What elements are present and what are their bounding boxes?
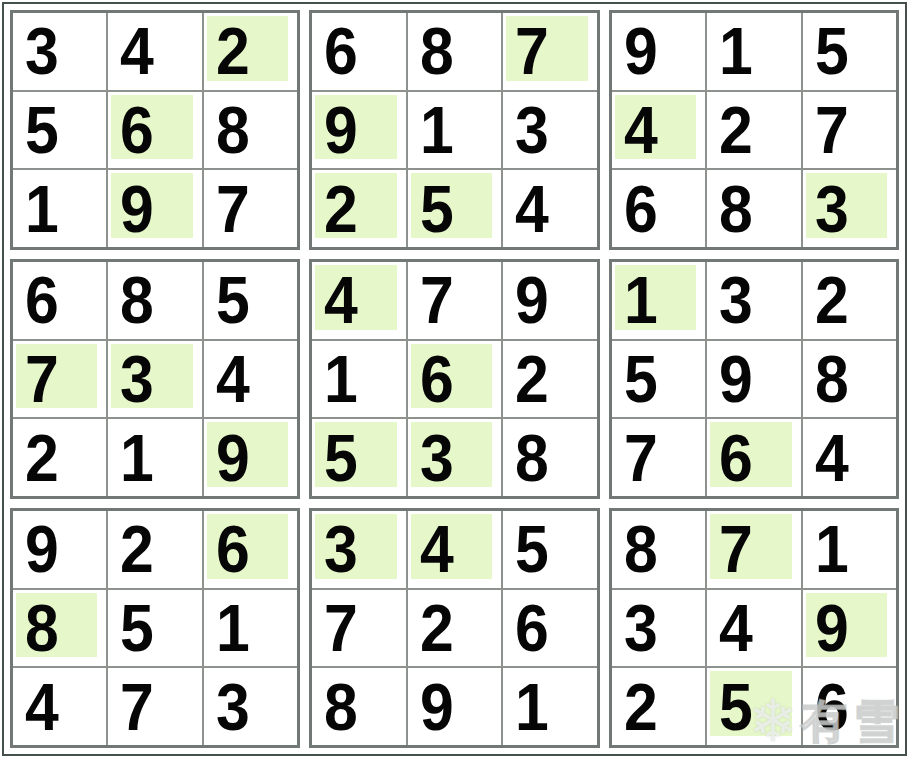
cell-value: 1: [13, 176, 59, 242]
sudoku-box-8: 345726891: [309, 508, 599, 748]
sudoku-cell-r7c4[interactable]: 3: [312, 511, 405, 588]
sudoku-cell-r4c4[interactable]: 4: [312, 262, 405, 339]
sudoku-cell-r2c3[interactable]: 8: [204, 92, 297, 169]
cell-value: 9: [503, 267, 549, 333]
sudoku-cell-r8c6[interactable]: 6: [503, 590, 596, 667]
cell-value: 2: [408, 595, 454, 661]
cell-value: 3: [204, 674, 250, 740]
sudoku-box-4: 685734219: [10, 259, 300, 499]
cell-value: 5: [503, 516, 549, 582]
cell-value: 5: [707, 674, 753, 740]
sudoku-box-6: 132598764: [609, 259, 899, 499]
cell-value: 5: [408, 176, 454, 242]
cell-value: 9: [108, 176, 154, 242]
cell-value: 1: [108, 425, 154, 491]
cell-value: 6: [503, 595, 549, 661]
cell-value: 1: [803, 516, 849, 582]
cell-value: 8: [803, 346, 849, 412]
sudoku-cell-r6c6[interactable]: 8: [503, 419, 596, 496]
sudoku-box-1: 342568197: [10, 10, 300, 250]
sudoku-cell-r7c1[interactable]: 9: [13, 511, 106, 588]
sudoku-cell-r8c1[interactable]: 8: [13, 590, 106, 667]
sudoku-cell-r3c8[interactable]: 8: [707, 170, 800, 247]
cell-value: 1: [312, 346, 358, 412]
cell-value: 8: [503, 425, 549, 491]
cell-value: 7: [503, 18, 549, 84]
sudoku-cell-r9c5[interactable]: 9: [408, 668, 501, 745]
sudoku-cell-r1c6[interactable]: 7: [503, 13, 596, 90]
cell-value: 9: [612, 18, 658, 84]
cell-value: 1: [707, 18, 753, 84]
sudoku-cell-r8c7[interactable]: 3: [612, 590, 705, 667]
sudoku-cell-r9c4[interactable]: 8: [312, 668, 405, 745]
sudoku-cell-r1c7[interactable]: 9: [612, 13, 705, 90]
sudoku-cell-r8c8[interactable]: 4: [707, 590, 800, 667]
cell-value: 7: [803, 97, 849, 163]
sudoku-cell-r4c5[interactable]: 7: [408, 262, 501, 339]
sudoku-cell-r4c6[interactable]: 9: [503, 262, 596, 339]
cell-value: 4: [707, 595, 753, 661]
cell-value: 4: [612, 97, 658, 163]
sudoku-cell-r4c2[interactable]: 8: [108, 262, 201, 339]
sudoku-cell-r8c9[interactable]: 9: [803, 590, 896, 667]
sudoku-cell-r4c9[interactable]: 2: [803, 262, 896, 339]
sudoku-cell-r6c2[interactable]: 1: [108, 419, 201, 496]
sudoku-cell-r4c3[interactable]: 5: [204, 262, 297, 339]
sudoku-cell-r1c4[interactable]: 6: [312, 13, 405, 90]
cell-value: 2: [503, 346, 549, 412]
sudoku-box-7: 926851473: [10, 508, 300, 748]
sudoku-cell-r7c8[interactable]: 7: [707, 511, 800, 588]
cell-value: 8: [612, 516, 658, 582]
sudoku-cell-r6c9[interactable]: 4: [803, 419, 896, 496]
cell-value: 8: [408, 18, 454, 84]
sudoku-cell-r4c8[interactable]: 3: [707, 262, 800, 339]
sudoku-cell-r3c3[interactable]: 7: [204, 170, 297, 247]
sudoku-cell-r4c1[interactable]: 6: [13, 262, 106, 339]
cell-value: 2: [612, 674, 658, 740]
sudoku-cell-r5c2[interactable]: 3: [108, 341, 201, 418]
cell-value: 9: [803, 595, 849, 661]
cell-value: 9: [204, 425, 250, 491]
cell-value: 6: [707, 425, 753, 491]
cell-value: 4: [312, 267, 358, 333]
sudoku-cell-r5c3[interactable]: 4: [204, 341, 297, 418]
sudoku-cell-r7c6[interactable]: 5: [503, 511, 596, 588]
sudoku-box-5: 479162538: [309, 259, 599, 499]
cell-value: 5: [803, 18, 849, 84]
cell-value: 5: [204, 267, 250, 333]
sudoku-cell-r3c1[interactable]: 1: [13, 170, 106, 247]
cell-value: 2: [204, 18, 250, 84]
sudoku-cell-r3c4[interactable]: 2: [312, 170, 405, 247]
sudoku-cell-r8c5[interactable]: 2: [408, 590, 501, 667]
sudoku-cell-r1c1[interactable]: 3: [13, 13, 106, 90]
sudoku-board: 3425681976879132549154276836857342194791…: [2, 2, 907, 756]
sudoku-cell-r8c3[interactable]: 1: [204, 590, 297, 667]
cell-value: 3: [503, 97, 549, 163]
sudoku-cell-r2c1[interactable]: 5: [13, 92, 106, 169]
sudoku-cell-r5c6[interactable]: 2: [503, 341, 596, 418]
cell-value: 4: [13, 674, 59, 740]
sudoku-cell-r2c6[interactable]: 3: [503, 92, 596, 169]
sudoku-cell-r9c2[interactable]: 7: [108, 668, 201, 745]
cell-value: 8: [707, 176, 753, 242]
sudoku-cell-r4c7[interactable]: 1: [612, 262, 705, 339]
cell-value: 2: [312, 176, 358, 242]
cell-value: 4: [408, 516, 454, 582]
sudoku-cell-r7c7[interactable]: 8: [612, 511, 705, 588]
cell-value: 6: [612, 176, 658, 242]
cell-value: 6: [13, 267, 59, 333]
cell-value: 1: [612, 267, 658, 333]
sudoku-cell-r6c4[interactable]: 5: [312, 419, 405, 496]
sudoku-cell-r8c2[interactable]: 5: [108, 590, 201, 667]
sudoku-cell-r5c4[interactable]: 1: [312, 341, 405, 418]
sudoku-cell-r2c7[interactable]: 4: [612, 92, 705, 169]
sudoku-cell-r1c9[interactable]: 5: [803, 13, 896, 90]
cell-value: 1: [408, 97, 454, 163]
sudoku-cell-r5c9[interactable]: 8: [803, 341, 896, 418]
cell-value: 7: [108, 674, 154, 740]
cell-value: 4: [108, 18, 154, 84]
sudoku-cell-r9c1[interactable]: 4: [13, 668, 106, 745]
sudoku-cell-r2c4[interactable]: 9: [312, 92, 405, 169]
sudoku-cell-r2c9[interactable]: 7: [803, 92, 896, 169]
sudoku-cell-r3c6[interactable]: 4: [503, 170, 596, 247]
sudoku-cell-r9c8[interactable]: 5: [707, 668, 800, 745]
cell-value: 9: [13, 516, 59, 582]
cell-value: 6: [108, 97, 154, 163]
sudoku-cell-r6c7[interactable]: 7: [612, 419, 705, 496]
sudoku-cell-r6c3[interactable]: 9: [204, 419, 297, 496]
sudoku-cell-r6c8[interactable]: 6: [707, 419, 800, 496]
cell-value: 8: [13, 595, 59, 661]
sudoku-cell-r5c1[interactable]: 7: [13, 341, 106, 418]
sudoku-cell-r1c5[interactable]: 8: [408, 13, 501, 90]
sudoku-cell-r6c1[interactable]: 2: [13, 419, 106, 496]
cell-value: 8: [312, 674, 358, 740]
sudoku-cell-r3c7[interactable]: 6: [612, 170, 705, 247]
cell-value: 5: [108, 595, 154, 661]
sudoku-cell-r1c3[interactable]: 2: [204, 13, 297, 90]
cell-value: 2: [108, 516, 154, 582]
cell-value: 8: [108, 267, 154, 333]
sudoku-box-9: 871349256: [609, 508, 899, 748]
sudoku-cell-r9c3[interactable]: 3: [204, 668, 297, 745]
sudoku-box-2: 687913254: [309, 10, 599, 250]
cell-value: 4: [204, 346, 250, 412]
sudoku-cell-r7c9[interactable]: 1: [803, 511, 896, 588]
cell-value: 4: [803, 425, 849, 491]
sudoku-cell-r7c2[interactable]: 2: [108, 511, 201, 588]
cell-value: 3: [13, 18, 59, 84]
cell-value: 5: [312, 425, 358, 491]
cell-value: 6: [408, 346, 454, 412]
cell-value: 6: [312, 18, 358, 84]
cell-value: 3: [707, 267, 753, 333]
cell-value: 8: [204, 97, 250, 163]
sudoku-box-3: 915427683: [609, 10, 899, 250]
cell-value: 3: [612, 595, 658, 661]
sudoku-cell-r7c5[interactable]: 4: [408, 511, 501, 588]
sudoku-cell-r6c5[interactable]: 3: [408, 419, 501, 496]
sudoku-cell-r9c9[interactable]: 6: [803, 668, 896, 745]
sudoku-cell-r2c8[interactable]: 2: [707, 92, 800, 169]
sudoku-cell-r2c2[interactable]: 6: [108, 92, 201, 169]
cell-value: 7: [13, 346, 59, 412]
cell-value: 3: [312, 516, 358, 582]
cell-value: 7: [408, 267, 454, 333]
cell-value: 2: [803, 267, 849, 333]
cell-value: 3: [408, 425, 454, 491]
cell-value: 9: [707, 346, 753, 412]
sudoku-cell-r5c8[interactable]: 9: [707, 341, 800, 418]
cell-value: 3: [803, 176, 849, 242]
sudoku-cell-r3c5[interactable]: 5: [408, 170, 501, 247]
cell-value: 6: [803, 674, 849, 740]
sudoku-cell-r3c9[interactable]: 3: [803, 170, 896, 247]
cell-value: 1: [503, 674, 549, 740]
cell-value: 6: [204, 516, 250, 582]
cell-value: 7: [612, 425, 658, 491]
sudoku-cell-r2c5[interactable]: 1: [408, 92, 501, 169]
cell-value: 9: [312, 97, 358, 163]
cell-value: 2: [13, 425, 59, 491]
cell-value: 5: [13, 97, 59, 163]
sudoku-cell-r1c8[interactable]: 1: [707, 13, 800, 90]
cell-value: 4: [503, 176, 549, 242]
cell-value: 5: [612, 346, 658, 412]
sudoku-cell-r3c2[interactable]: 9: [108, 170, 201, 247]
cell-value: 7: [312, 595, 358, 661]
cell-value: 9: [408, 674, 454, 740]
sudoku-cell-r5c7[interactable]: 5: [612, 341, 705, 418]
sudoku-cell-r9c7[interactable]: 2: [612, 668, 705, 745]
sudoku-cell-r9c6[interactable]: 1: [503, 668, 596, 745]
cell-value: 3: [108, 346, 154, 412]
sudoku-cell-r8c4[interactable]: 7: [312, 590, 405, 667]
cell-value: 1: [204, 595, 250, 661]
sudoku-cell-r5c5[interactable]: 6: [408, 341, 501, 418]
cell-value: 2: [707, 97, 753, 163]
cell-value: 7: [707, 516, 753, 582]
sudoku-cell-r7c3[interactable]: 6: [204, 511, 297, 588]
sudoku-cell-r1c2[interactable]: 4: [108, 13, 201, 90]
cell-value: 7: [204, 176, 250, 242]
